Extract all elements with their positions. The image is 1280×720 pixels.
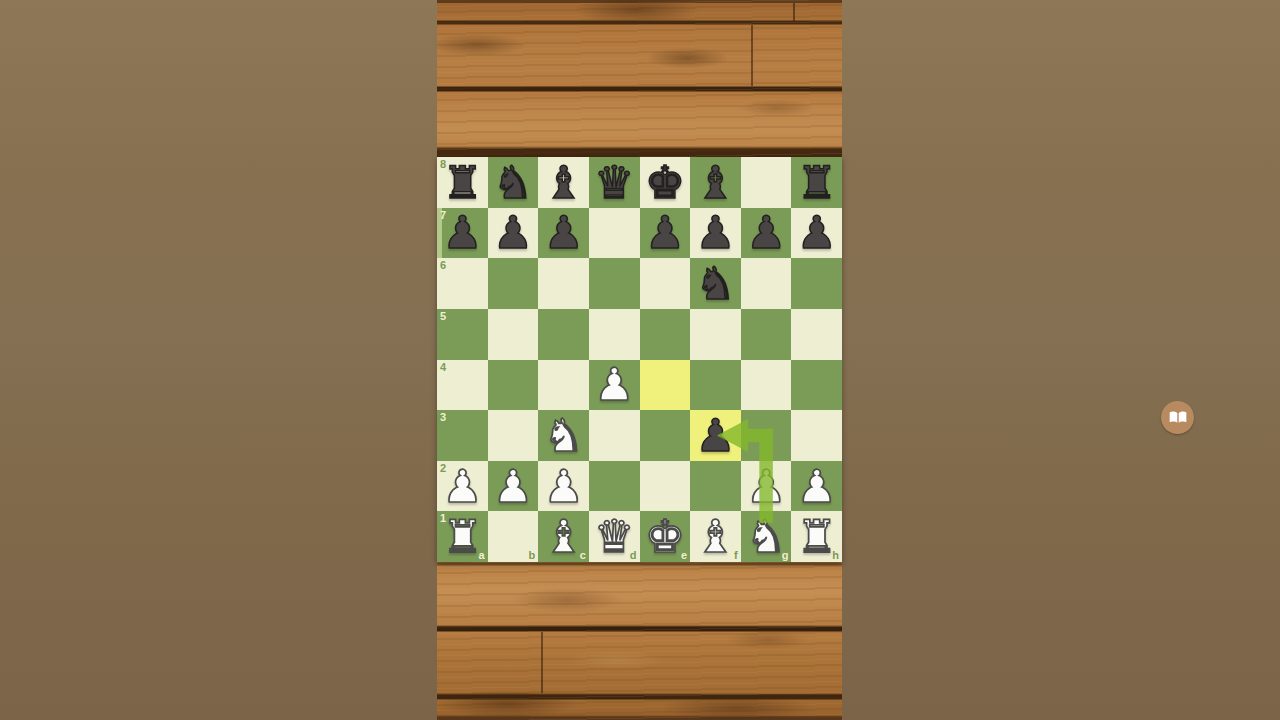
square-d2[interactable]: [589, 461, 640, 512]
square-a7[interactable]: 7♟: [437, 208, 488, 259]
square-b5[interactable]: [488, 309, 539, 360]
square-f4[interactable]: [690, 360, 741, 411]
wood-plank-joint: [793, 3, 795, 21]
piece-black-pawn-f3[interactable]: ♟: [690, 410, 741, 461]
square-g7[interactable]: ♟: [741, 208, 792, 259]
piece-white-rook-a1[interactable]: ♜: [437, 511, 488, 562]
piece-white-rook-h1[interactable]: ♜: [791, 511, 842, 562]
piece-black-bishop-f8[interactable]: ♝: [690, 157, 741, 208]
square-g1[interactable]: g♞: [741, 511, 792, 562]
square-e3[interactable]: [640, 410, 691, 461]
square-c3[interactable]: ♞: [538, 410, 589, 461]
square-a3[interactable]: 3: [437, 410, 488, 461]
square-c6[interactable]: [538, 258, 589, 309]
piece-white-king-e1[interactable]: ♚: [640, 511, 691, 562]
piece-white-pawn-c2[interactable]: ♟: [538, 461, 589, 512]
board-edge-glare: [437, 208, 442, 259]
square-d4[interactable]: ♟: [589, 360, 640, 411]
square-b8[interactable]: ♞: [488, 157, 539, 208]
square-h3[interactable]: [791, 410, 842, 461]
background-right-panel: [842, 0, 1280, 720]
wood-plank-joint: [541, 632, 543, 693]
square-f3[interactable]: ♟: [690, 410, 741, 461]
square-c4[interactable]: [538, 360, 589, 411]
background-left-panel: [0, 0, 437, 720]
square-f1[interactable]: f♝: [690, 511, 741, 562]
book-move-icon: [1161, 401, 1194, 434]
piece-white-pawn-d4[interactable]: ♟: [589, 360, 640, 411]
square-b4[interactable]: [488, 360, 539, 411]
piece-white-bishop-c1[interactable]: ♝: [538, 511, 589, 562]
wood-plank-joint: [751, 25, 753, 86]
piece-black-knight-b8[interactable]: ♞: [488, 157, 539, 208]
square-f5[interactable]: [690, 309, 741, 360]
square-g3[interactable]: [741, 410, 792, 461]
square-f8[interactable]: ♝: [690, 157, 741, 208]
square-g2[interactable]: ♟: [741, 461, 792, 512]
square-h7[interactable]: ♟: [791, 208, 842, 259]
piece-white-bishop-f1[interactable]: ♝: [690, 511, 741, 562]
piece-white-pawn-a2[interactable]: ♟: [437, 461, 488, 512]
square-d3[interactable]: [589, 410, 640, 461]
open-book-icon: [1168, 410, 1188, 426]
square-a1[interactable]: 1a♜: [437, 511, 488, 562]
chess-board[interactable]: 8♜♞♝♛♚♝♜7♟♟♟♟♟♟♟6♞54♟3♞♟2♟♟♟♟♟1a♜bc♝d♛e♚…: [437, 157, 842, 562]
rank-label-4: 4: [440, 361, 446, 373]
video-frame: 8♜♞♝♛♚♝♜7♟♟♟♟♟♟♟6♞54♟3♞♟2♟♟♟♟♟1a♜bc♝d♛e♚…: [0, 0, 1280, 720]
rank-label-6: 6: [440, 259, 446, 271]
square-b6[interactable]: [488, 258, 539, 309]
square-a5[interactable]: 5: [437, 309, 488, 360]
square-e5[interactable]: [640, 309, 691, 360]
wood-background: 8♜♞♝♛♚♝♜7♟♟♟♟♟♟♟6♞54♟3♞♟2♟♟♟♟♟1a♜bc♝d♛e♚…: [437, 0, 842, 720]
square-a4[interactable]: 4: [437, 360, 488, 411]
square-c1[interactable]: c♝: [538, 511, 589, 562]
square-d5[interactable]: [589, 309, 640, 360]
square-b7[interactable]: ♟: [488, 208, 539, 259]
square-b3[interactable]: [488, 410, 539, 461]
square-c8[interactable]: ♝: [538, 157, 589, 208]
piece-black-pawn-b7[interactable]: ♟: [488, 208, 539, 259]
square-d6[interactable]: [589, 258, 640, 309]
piece-white-pawn-b2[interactable]: ♟: [488, 461, 539, 512]
square-a8[interactable]: 8♜: [437, 157, 488, 208]
square-a2[interactable]: 2♟: [437, 461, 488, 512]
square-c2[interactable]: ♟: [538, 461, 589, 512]
square-c7[interactable]: ♟: [538, 208, 589, 259]
piece-black-pawn-a7[interactable]: ♟: [437, 208, 488, 259]
rank-label-3: 3: [440, 411, 446, 423]
square-h1[interactable]: h♜: [791, 511, 842, 562]
square-a6[interactable]: 6: [437, 258, 488, 309]
piece-white-pawn-h2[interactable]: ♟: [791, 461, 842, 512]
square-g4[interactable]: [741, 360, 792, 411]
piece-white-pawn-g2[interactable]: ♟: [741, 461, 792, 512]
piece-black-king-e8[interactable]: ♚: [640, 157, 691, 208]
square-e4[interactable]: [640, 360, 691, 411]
square-b1[interactable]: b: [488, 511, 539, 562]
square-b2[interactable]: ♟: [488, 461, 539, 512]
square-c5[interactable]: [538, 309, 589, 360]
rank-label-5: 5: [440, 310, 446, 322]
square-f7[interactable]: ♟: [690, 208, 741, 259]
piece-white-knight-c3[interactable]: ♞: [538, 410, 589, 461]
square-d1[interactable]: d♛: [589, 511, 640, 562]
piece-black-pawn-f7[interactable]: ♟: [690, 208, 741, 259]
square-g5[interactable]: [741, 309, 792, 360]
piece-white-queen-d1[interactable]: ♛: [589, 511, 640, 562]
square-d7[interactable]: [589, 208, 640, 259]
square-f6[interactable]: ♞: [690, 258, 741, 309]
square-h4[interactable]: [791, 360, 842, 411]
piece-black-rook-a8[interactable]: ♜: [437, 157, 488, 208]
piece-black-bishop-c8[interactable]: ♝: [538, 157, 589, 208]
square-h2[interactable]: ♟: [791, 461, 842, 512]
square-e7[interactable]: ♟: [640, 208, 691, 259]
square-e2[interactable]: [640, 461, 691, 512]
square-h6[interactable]: [791, 258, 842, 309]
piece-black-pawn-e7[interactable]: ♟: [640, 208, 691, 259]
square-f2[interactable]: [690, 461, 741, 512]
square-e8[interactable]: ♚: [640, 157, 691, 208]
square-h8[interactable]: ♜: [791, 157, 842, 208]
piece-black-knight-f6[interactable]: ♞: [690, 258, 741, 309]
square-g6[interactable]: [741, 258, 792, 309]
square-h5[interactable]: [791, 309, 842, 360]
square-e1[interactable]: e♚: [640, 511, 691, 562]
piece-black-rook-h8[interactable]: ♜: [791, 157, 842, 208]
piece-black-pawn-h7[interactable]: ♟: [791, 208, 842, 259]
piece-black-queen-d8[interactable]: ♛: [589, 157, 640, 208]
piece-black-pawn-c7[interactable]: ♟: [538, 208, 589, 259]
piece-black-pawn-g7[interactable]: ♟: [741, 208, 792, 259]
piece-white-knight-g1[interactable]: ♞: [741, 511, 792, 562]
square-g8[interactable]: [741, 157, 792, 208]
file-label-b: b: [529, 549, 536, 561]
square-d8[interactable]: ♛: [589, 157, 640, 208]
square-e6[interactable]: [640, 258, 691, 309]
